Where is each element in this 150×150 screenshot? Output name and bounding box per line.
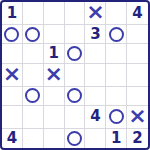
cell-r5c3[interactable] [44, 87, 65, 106]
cell-r3c4[interactable] [65, 44, 86, 63]
cell-r4c7[interactable] [127, 64, 148, 87]
clue-number: 4 [132, 5, 142, 20]
cell-r1c1: 1 [2, 2, 23, 25]
cell-r2c5: 3 [85, 25, 106, 44]
circle-mark-icon [109, 27, 124, 42]
puzzle-board: 1×431××4×412 [0, 0, 150, 150]
cell-r7c1: 4 [2, 129, 23, 148]
cell-r2c2[interactable] [23, 25, 44, 44]
cell-r5c2[interactable] [23, 87, 44, 106]
cross-mark-icon: × [3, 63, 21, 85]
cell-r4c1[interactable]: × [2, 64, 23, 87]
circle-mark-icon [109, 109, 124, 124]
circle-mark-icon [4, 27, 19, 42]
cell-r4c5[interactable] [85, 64, 106, 87]
cell-r7c4[interactable] [65, 129, 86, 148]
clue-number: 4 [90, 109, 100, 124]
cell-r3c5[interactable] [85, 44, 106, 63]
cell-r4c3[interactable]: × [44, 64, 65, 87]
cell-r2c6[interactable] [106, 25, 127, 44]
cell-r5c6[interactable] [106, 87, 127, 106]
cell-r7c5[interactable] [85, 129, 106, 148]
cell-r2c7[interactable] [127, 25, 148, 44]
clue-number: 1 [48, 45, 58, 60]
cell-r1c6[interactable] [106, 2, 127, 25]
clue-number: 3 [90, 26, 100, 41]
cell-r4c2[interactable] [23, 64, 44, 87]
cell-r1c4[interactable] [65, 2, 86, 25]
cell-r7c6: 1 [106, 129, 127, 148]
cell-r5c4[interactable] [65, 87, 86, 106]
cell-r5c1[interactable] [2, 87, 23, 106]
clue-number: 2 [132, 130, 142, 145]
clue-number: 1 [111, 130, 121, 145]
cell-r7c7: 2 [127, 129, 148, 148]
circle-mark-icon [67, 46, 82, 61]
cell-r3c7[interactable] [127, 44, 148, 63]
cell-r6c4[interactable] [65, 106, 86, 129]
circle-mark-icon [67, 131, 82, 146]
cell-r2c4[interactable] [65, 25, 86, 44]
cell-r6c3[interactable] [44, 106, 65, 129]
cell-r3c6[interactable] [106, 44, 127, 63]
cross-mark-icon: × [128, 105, 146, 127]
circle-mark-icon [25, 27, 40, 42]
cell-r1c7: 4 [127, 2, 148, 25]
circle-mark-icon [25, 88, 40, 103]
clue-number: 4 [7, 130, 17, 145]
cell-r1c3[interactable] [44, 2, 65, 25]
cross-mark-icon: × [86, 1, 104, 23]
cell-r6c6[interactable] [106, 106, 127, 129]
cell-r6c7[interactable]: × [127, 106, 148, 129]
cell-r3c2[interactable] [23, 44, 44, 63]
cell-r4c4[interactable] [65, 64, 86, 87]
cell-r6c2[interactable] [23, 106, 44, 129]
cell-r7c3[interactable] [44, 129, 65, 148]
cell-r6c1[interactable] [2, 106, 23, 129]
cell-r6c5: 4 [85, 106, 106, 129]
cell-r2c3[interactable] [44, 25, 65, 44]
cell-r7c2[interactable] [23, 129, 44, 148]
cell-r4c6[interactable] [106, 64, 127, 87]
cell-r2c1[interactable] [2, 25, 23, 44]
cell-r5c5[interactable] [85, 87, 106, 106]
cell-r1c5[interactable]: × [85, 2, 106, 25]
circle-mark-icon [67, 88, 82, 103]
clue-number: 1 [7, 5, 17, 20]
cross-mark-icon: × [44, 63, 62, 85]
cell-r1c2[interactable] [23, 2, 44, 25]
